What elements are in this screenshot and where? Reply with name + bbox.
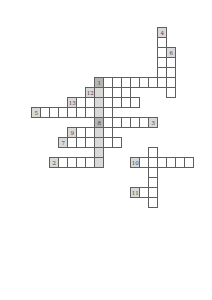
clue-number: 2 [52, 160, 56, 166]
grid-cell[interactable] [166, 87, 176, 98]
numbered-cell[interactable]: 3 [148, 117, 158, 128]
grid-cell[interactable] [112, 137, 122, 148]
clue-number: 7 [61, 140, 65, 146]
clue-number: 12 [87, 90, 94, 96]
clue-number: 9 [70, 130, 74, 136]
crossword-page: 46112135839721011 [0, 0, 212, 300]
clue-number: 5 [34, 110, 38, 116]
clue-number: 8 [97, 120, 101, 126]
clue-number: 13 [69, 100, 76, 106]
clue-number: 3 [151, 120, 155, 126]
grid-cell[interactable] [148, 197, 158, 208]
clue-number: 10 [132, 160, 139, 166]
clue-number: 1 [97, 80, 101, 86]
clue-number: 4 [160, 30, 164, 36]
solution-column-cell[interactable] [94, 157, 104, 168]
clue-number: 6 [169, 50, 173, 56]
grid-cell[interactable] [184, 157, 194, 168]
clue-number: 11 [132, 190, 139, 196]
grid-cell[interactable] [130, 97, 140, 108]
crossword-board: 46112135839721011 [0, 0, 212, 300]
